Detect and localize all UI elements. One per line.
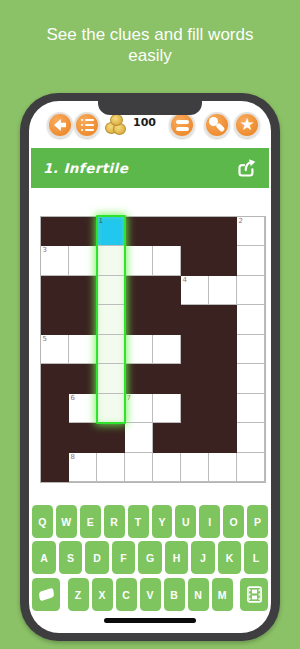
cell-number: 5	[43, 335, 47, 343]
keyboard-row-2: ASDFGHJKL	[29, 541, 271, 574]
key-t[interactable]: T	[128, 505, 149, 538]
key-a[interactable]: A	[32, 541, 56, 574]
grid-cell-r5c8[interactable]	[237, 335, 265, 364]
grid-cell-r3c7[interactable]	[209, 276, 237, 305]
grid-cell-r5c3[interactable]	[97, 335, 125, 364]
cell-number: 1	[99, 217, 103, 225]
grid-cell-r1c8[interactable]: 2	[237, 217, 265, 246]
grid-cell-r7c4[interactable]: 7	[125, 394, 153, 423]
key-h[interactable]: H	[165, 541, 189, 574]
grid-cell-r3c6[interactable]: 4	[181, 276, 209, 305]
grid-cell-r3c1	[41, 276, 69, 305]
key-l[interactable]: L	[244, 541, 268, 574]
grid-cell-r2c6	[181, 246, 209, 275]
magnifier-icon	[209, 117, 225, 133]
key-w[interactable]: W	[56, 505, 77, 538]
back-button[interactable]	[47, 112, 73, 138]
grid-cell-r2c7	[209, 246, 237, 275]
grid-cell-r2c3[interactable]	[97, 246, 125, 275]
cell-number: 8	[71, 453, 75, 461]
grid-cell-r6c3[interactable]	[97, 364, 125, 393]
grid-cell-r2c2[interactable]	[69, 246, 97, 275]
grid-cell-r9c5[interactable]	[153, 453, 181, 482]
grid-cell-r8c7	[209, 423, 237, 452]
grid-cell-r6c8[interactable]	[237, 364, 265, 393]
grid-cell-r2c4[interactable]	[125, 246, 153, 275]
video-reward-key[interactable]	[240, 578, 268, 611]
hint-button[interactable]	[204, 112, 230, 138]
share-export-icon	[237, 158, 257, 178]
grid-cell-r1c7	[209, 217, 237, 246]
key-f[interactable]: F	[112, 541, 136, 574]
grid-cell-r8c5	[153, 423, 181, 452]
grid-cell-r4c5	[153, 305, 181, 334]
key-j[interactable]: J	[191, 541, 215, 574]
key-q[interactable]: Q	[32, 505, 53, 538]
key-e[interactable]: E	[80, 505, 101, 538]
cell-number: 3	[43, 246, 47, 254]
back-arrow-icon	[53, 119, 67, 131]
grid-cell-r1c3[interactable]: 1	[97, 217, 125, 246]
key-b[interactable]: B	[164, 578, 185, 611]
grid-cell-r5c6	[181, 335, 209, 364]
grid-cell-r8c1	[41, 423, 69, 452]
eraser-icon	[38, 588, 54, 602]
cell-number: 7	[127, 394, 131, 402]
key-n[interactable]: N	[188, 578, 209, 611]
key-x[interactable]: X	[92, 578, 113, 611]
grid-cell-r6c7	[209, 364, 237, 393]
grid-cell-r8c4[interactable]	[125, 423, 153, 452]
grid-cell-r2c1[interactable]: 3	[41, 246, 69, 275]
marketing-caption: See the clues and fill words easily	[0, 24, 300, 66]
grid-cell-r6c4	[125, 364, 153, 393]
cell-number: 2	[239, 217, 243, 225]
grid-cell-r6c6	[181, 364, 209, 393]
grid-cell-r5c5[interactable]	[153, 335, 181, 364]
grid-cell-r7c8[interactable]	[237, 394, 265, 423]
grid-cell-r1c4	[125, 217, 153, 246]
phone-mockup: 100 ★ 1. Infertile	[20, 93, 280, 641]
keyboard-row-3: ZXCVBNM	[29, 578, 271, 611]
eraser-key[interactable]	[32, 578, 60, 611]
grid-cell-r1c6	[181, 217, 209, 246]
grid-cell-r6c2	[69, 364, 97, 393]
coins-icon	[105, 113, 131, 135]
active-clue-text: 1. Infertile	[31, 160, 128, 176]
key-g[interactable]: G	[138, 541, 162, 574]
grid-cell-r7c3[interactable]	[97, 394, 125, 423]
cell-number: 6	[71, 394, 75, 402]
cell-number: 4	[183, 276, 187, 284]
key-s[interactable]: S	[59, 541, 83, 574]
grid-cell-r9c8[interactable]	[237, 453, 265, 482]
grid-cell-r8c2	[69, 423, 97, 452]
grid-cell-r9c6[interactable]	[181, 453, 209, 482]
key-k[interactable]: K	[218, 541, 242, 574]
key-u[interactable]: U	[175, 505, 196, 538]
grid-cell-r9c2[interactable]: 8	[69, 453, 97, 482]
key-v[interactable]: V	[140, 578, 161, 611]
key-z[interactable]: Z	[68, 578, 89, 611]
grid-cell-r4c6	[181, 305, 209, 334]
grid-cell-r6c5	[153, 364, 181, 393]
grid-cell-r4c4	[125, 305, 153, 334]
crossword-grid: 12345678	[41, 217, 265, 482]
grid-cell-r9c3[interactable]	[97, 453, 125, 482]
pause-icon	[176, 120, 189, 131]
film-icon	[246, 586, 263, 603]
home-indicator[interactable]	[104, 618, 196, 623]
grid-cell-r9c7[interactable]	[209, 453, 237, 482]
grid-cell-r7c5[interactable]	[153, 394, 181, 423]
grid-cell-r4c7	[209, 305, 237, 334]
grid-cell-r1c1	[41, 217, 69, 246]
grid-cell-r2c8[interactable]	[237, 246, 265, 275]
grid-cell-r3c5	[153, 276, 181, 305]
grid-cell-r3c3[interactable]	[97, 276, 125, 305]
grid-cell-r4c8[interactable]	[237, 305, 265, 334]
app-screen: 100 ★ 1. Infertile	[29, 101, 271, 633]
key-d[interactable]: D	[85, 541, 109, 574]
grid-cell-r4c3[interactable]	[97, 305, 125, 334]
grid-cell-r1c5	[153, 217, 181, 246]
grid-cell-r7c6	[181, 394, 209, 423]
grid-cell-r4c2	[69, 305, 97, 334]
key-y[interactable]: Y	[152, 505, 173, 538]
keyboard-row-1: QWERTYUIOP	[29, 505, 271, 538]
grid-cell-r3c4	[125, 276, 153, 305]
grid-cell-r3c8[interactable]	[237, 276, 265, 305]
key-p[interactable]: P	[247, 505, 268, 538]
grid-cell-r9c4[interactable]	[125, 453, 153, 482]
grid-cell-r2c5[interactable]	[153, 246, 181, 275]
grid-cell-r8c8[interactable]	[237, 423, 265, 452]
clue-bar: 1. Infertile	[31, 148, 269, 188]
list-icon	[81, 119, 94, 132]
grid-cell-r5c7	[209, 335, 237, 364]
grid-cell-r5c4[interactable]	[125, 335, 153, 364]
grid-cell-r8c6	[181, 423, 209, 452]
grid-cell-r5c2[interactable]	[69, 335, 97, 364]
coin-counter: 100	[133, 116, 156, 129]
key-m[interactable]: M	[212, 578, 233, 611]
crossword-board: 12345678	[40, 216, 266, 483]
key-r[interactable]: R	[104, 505, 125, 538]
grid-cell-r1c2	[69, 217, 97, 246]
grid-cell-r8c3	[97, 423, 125, 452]
clue-list-button[interactable]	[74, 112, 100, 138]
key-c[interactable]: C	[116, 578, 137, 611]
grid-cell-r7c1	[41, 394, 69, 423]
share-button[interactable]	[235, 156, 259, 180]
grid-cell-r4c1	[41, 305, 69, 334]
key-i[interactable]: I	[199, 505, 220, 538]
grid-cell-r9c1	[41, 453, 69, 482]
star-icon: ★	[239, 116, 254, 133]
phone-notch	[98, 101, 202, 115]
grid-cell-r7c2[interactable]: 6	[69, 394, 97, 423]
key-o[interactable]: O	[223, 505, 244, 538]
pause-button[interactable]	[169, 112, 195, 138]
grid-cell-r3c2	[69, 276, 97, 305]
grid-cell-r5c1[interactable]: 5	[41, 335, 69, 364]
grid-cell-r6c1	[41, 364, 69, 393]
grid-cell-r7c7	[209, 394, 237, 423]
star-button[interactable]: ★	[234, 112, 260, 138]
